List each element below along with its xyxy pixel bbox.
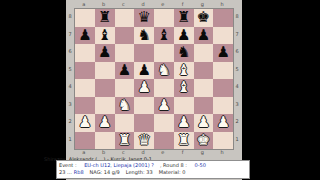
- coord-label: e: [153, 0, 173, 8]
- piece-white-pawn: ♟: [174, 114, 194, 132]
- square-b4: [95, 79, 115, 97]
- piece-white-pawn: ♟: [95, 114, 115, 132]
- square-c5: ♟: [115, 62, 135, 80]
- coord-label: 8: [66, 8, 74, 26]
- square-b3: [95, 97, 115, 115]
- piece-black-pawn: ♟: [134, 62, 154, 80]
- piece-black-bishop: ♝: [95, 27, 115, 45]
- coord-label: 2: [66, 113, 74, 131]
- piece-white-pawn: ♟: [194, 114, 214, 132]
- square-c1: ♜: [115, 132, 135, 150]
- square-d4: ♟: [134, 79, 154, 97]
- square-d1: ♛: [134, 132, 154, 150]
- file-labels-bottom: abcdefgh: [74, 149, 232, 156]
- square-e1: [154, 132, 174, 150]
- caption-text: 23 ...: [59, 169, 72, 175]
- square-c2: [115, 114, 135, 132]
- coord-label: 1: [66, 131, 74, 149]
- piece-black-queen: ♛: [134, 9, 154, 27]
- coord-label: g: [193, 149, 213, 156]
- coord-label: 4: [233, 78, 241, 96]
- square-d7: ♞: [134, 27, 154, 45]
- caption-text: Rb8: [74, 169, 84, 175]
- piece-black-knight: ♞: [174, 44, 194, 62]
- piece-white-rook: ♜: [115, 132, 135, 150]
- coord-label: d: [133, 149, 153, 156]
- square-h1: [213, 132, 233, 150]
- game-info-box: Event : EU-ch U12, Liepaja (2001) ?, Rou…: [56, 160, 250, 179]
- piece-black-pawn: ♟: [174, 27, 194, 45]
- square-f7: ♟: [174, 27, 194, 45]
- square-f4: ♝: [174, 79, 194, 97]
- piece-white-pawn: ♟: [154, 97, 174, 115]
- piece-black-rook: ♜: [95, 9, 115, 27]
- piece-white-knight: ♞: [154, 62, 174, 80]
- coord-label: b: [94, 149, 114, 156]
- square-a7: ♟: [75, 27, 95, 45]
- square-g2: ♟: [194, 114, 214, 132]
- piece-black-pawn: ♟: [75, 27, 95, 45]
- square-f3: [174, 97, 194, 115]
- square-h2: ♟: [213, 114, 233, 132]
- square-g5: [194, 62, 214, 80]
- square-f1: ♜: [174, 132, 194, 150]
- coord-label: e: [153, 149, 173, 156]
- square-h3: [213, 97, 233, 115]
- coord-label: 7: [233, 26, 241, 44]
- square-a8: [75, 9, 95, 27]
- square-b5: [95, 62, 115, 80]
- board: ♜♛♜♚♟♝♞♝♟♟♟♞♟♟♟♞♝♟♝♞♟♟♟♟♟♟♜♛♜♚: [74, 8, 234, 150]
- rank-labels-left: 87654321: [66, 8, 74, 148]
- square-d8: ♛: [134, 9, 154, 27]
- square-f2: ♟: [174, 114, 194, 132]
- square-a4: [75, 79, 95, 97]
- square-b7: ♝: [95, 27, 115, 45]
- square-e6: [154, 44, 174, 62]
- square-h5: [213, 62, 233, 80]
- coord-label: a: [74, 0, 94, 8]
- caption-text: Length: 33: [126, 169, 153, 175]
- square-d5: ♟: [134, 62, 154, 80]
- coord-label: 4: [66, 78, 74, 96]
- coord-label: 3: [66, 96, 74, 114]
- file-labels-top: abcdefgh: [74, 0, 232, 8]
- piece-white-knight: ♞: [115, 97, 135, 115]
- coord-label: g: [193, 0, 213, 8]
- piece-white-queen: ♛: [134, 132, 154, 150]
- coord-label: c: [114, 149, 134, 156]
- square-a1: [75, 132, 95, 150]
- square-f8: ♜: [174, 9, 194, 27]
- square-a2: ♟: [75, 114, 95, 132]
- square-h6: ♟: [213, 44, 233, 62]
- square-c7: [115, 27, 135, 45]
- square-c8: [115, 9, 135, 27]
- coord-label: d: [133, 0, 153, 8]
- square-e4: [154, 79, 174, 97]
- square-g3: [194, 97, 214, 115]
- square-e8: [154, 9, 174, 27]
- square-g1: ♚: [194, 132, 214, 150]
- piece-white-pawn: ♟: [213, 114, 233, 132]
- square-e7: ♝: [154, 27, 174, 45]
- square-d3: [134, 97, 154, 115]
- piece-white-bishop: ♝: [174, 79, 194, 97]
- caption-text: NAG: 14 g/9: [90, 169, 120, 175]
- coord-label: 2: [233, 113, 241, 131]
- rank-labels-right: 87654321: [233, 8, 241, 148]
- caption-text: , Round 8 :: [160, 162, 189, 168]
- caption-text: Event :: [59, 162, 78, 168]
- piece-white-pawn: ♟: [134, 79, 154, 97]
- coord-label: 6: [233, 43, 241, 61]
- square-a6: [75, 44, 95, 62]
- coord-label: 6: [66, 43, 74, 61]
- square-g4: [194, 79, 214, 97]
- caption-text: 0-50: [195, 162, 206, 168]
- square-a3: [75, 97, 95, 115]
- coord-label: 5: [66, 61, 74, 79]
- piece-white-bishop: ♝: [174, 62, 194, 80]
- piece-black-pawn: ♟: [194, 27, 214, 45]
- square-f5: ♝: [174, 62, 194, 80]
- square-d6: [134, 44, 154, 62]
- coord-label: f: [173, 0, 193, 8]
- coord-label: 7: [66, 26, 74, 44]
- square-b8: ♜: [95, 9, 115, 27]
- square-h7: [213, 27, 233, 45]
- board-panel: abcdefgh abcdefgh 87654321 87654321 ♜♛♜♚…: [66, 0, 242, 180]
- coord-label: 3: [233, 96, 241, 114]
- piece-black-king: ♚: [194, 9, 214, 27]
- coord-label: h: [212, 0, 232, 8]
- piece-white-rook: ♜: [174, 132, 194, 150]
- square-h8: [213, 9, 233, 27]
- coord-label: f: [173, 149, 193, 156]
- square-f6: ♞: [174, 44, 194, 62]
- square-g7: ♟: [194, 27, 214, 45]
- video-frame: abcdefgh abcdefgh 87654321 87654321 ♜♛♜♚…: [0, 0, 320, 180]
- square-b2: ♟: [95, 114, 115, 132]
- piece-black-pawn: ♟: [115, 62, 135, 80]
- piece-black-pawn: ♟: [95, 44, 115, 62]
- square-c4: [115, 79, 135, 97]
- piece-black-bishop: ♝: [154, 27, 174, 45]
- coord-label: b: [94, 0, 114, 8]
- coord-label: 1: [233, 131, 241, 149]
- square-b1: [95, 132, 115, 150]
- piece-black-pawn: ♟: [213, 44, 233, 62]
- square-e2: [154, 114, 174, 132]
- coord-label: h: [212, 149, 232, 156]
- square-b6: ♟: [95, 44, 115, 62]
- square-c3: ♞: [115, 97, 135, 115]
- coord-label: c: [114, 0, 134, 8]
- square-a5: [75, 62, 95, 80]
- square-g8: ♚: [194, 9, 214, 27]
- coord-label: 8: [233, 8, 241, 26]
- coord-label: 5: [233, 61, 241, 79]
- square-c6: [115, 44, 135, 62]
- caption-text: Material: 0: [159, 169, 186, 175]
- square-h4: [213, 79, 233, 97]
- caption-text: EU-ch U12, Liepaja (2001) ?: [84, 162, 154, 168]
- piece-black-rook: ♜: [174, 9, 194, 27]
- info-line: 23 ...Rb8NAG: 14 g/9Length: 33Material: …: [59, 169, 247, 176]
- square-g6: [194, 44, 214, 62]
- square-d2: [134, 114, 154, 132]
- square-e5: ♞: [154, 62, 174, 80]
- piece-white-pawn: ♟: [75, 114, 95, 132]
- coord-label: a: [74, 149, 94, 156]
- square-e3: ♟: [154, 97, 174, 115]
- piece-black-knight: ♞: [134, 27, 154, 45]
- piece-white-king: ♚: [194, 132, 214, 150]
